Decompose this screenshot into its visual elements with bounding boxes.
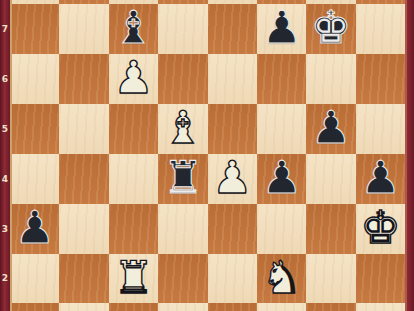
piece-white-king-h3[interactable]: ♚ [360,205,400,250]
piece-black-rook-d4[interactable]: ♜ [163,155,203,200]
square-g1[interactable] [306,303,355,311]
chess-diagram: ♝♟♚♟♝♟♜♟♟♟♟♚♜♞ 765432 [0,0,414,311]
square-g5[interactable]: ♟ [306,104,355,154]
square-d2[interactable] [158,254,207,304]
square-e2[interactable] [208,254,257,304]
square-d6[interactable] [158,54,207,104]
square-a3[interactable]: ♟ [10,204,59,254]
square-a1[interactable] [10,303,59,311]
square-e6[interactable] [208,54,257,104]
square-e5[interactable] [208,104,257,154]
square-c3[interactable] [109,204,158,254]
square-h7[interactable] [356,4,405,54]
piece-white-rook-c2[interactable]: ♜ [113,255,153,300]
square-a7[interactable] [10,4,59,54]
square-g2[interactable] [306,254,355,304]
square-f3[interactable] [257,204,306,254]
square-f4[interactable]: ♟ [257,154,306,204]
square-g7[interactable]: ♚ [306,4,355,54]
piece-white-pawn-c6[interactable]: ♟ [113,55,153,100]
square-b1[interactable] [59,303,108,311]
square-a6[interactable] [10,54,59,104]
piece-black-pawn-f4[interactable]: ♟ [261,155,301,200]
left-coordinate-rail [0,0,12,311]
square-b7[interactable] [59,4,108,54]
rank-label-5: 5 [0,123,10,135]
square-c7[interactable]: ♝ [109,4,158,54]
square-c5[interactable] [109,104,158,154]
square-b4[interactable] [59,154,108,204]
square-b6[interactable] [59,54,108,104]
square-c4[interactable] [109,154,158,204]
square-g6[interactable] [306,54,355,104]
square-d3[interactable] [158,204,207,254]
rank-label-7: 7 [0,23,10,35]
square-e1[interactable] [208,303,257,311]
square-f1[interactable] [257,303,306,311]
rank-label-4: 4 [0,173,10,185]
piece-black-pawn-h4[interactable]: ♟ [360,155,400,200]
square-h1[interactable] [356,303,405,311]
piece-black-pawn-g5[interactable]: ♟ [311,105,351,150]
square-h2[interactable] [356,254,405,304]
square-h3[interactable]: ♚ [356,204,405,254]
piece-white-pawn-e4[interactable]: ♟ [212,155,252,200]
square-c6[interactable]: ♟ [109,54,158,104]
square-e4[interactable]: ♟ [208,154,257,204]
square-e3[interactable] [208,204,257,254]
square-f5[interactable] [257,104,306,154]
square-d5[interactable]: ♝ [158,104,207,154]
square-b2[interactable] [59,254,108,304]
square-f2[interactable]: ♞ [257,254,306,304]
board-viewport: ♝♟♚♟♝♟♜♟♟♟♟♚♜♞ [10,0,405,311]
rank-label-2: 2 [0,272,10,284]
piece-black-bishop-c7[interactable]: ♝ [113,5,153,50]
square-f7[interactable]: ♟ [257,4,306,54]
square-g3[interactable] [306,204,355,254]
square-h6[interactable] [356,54,405,104]
chess-board: ♝♟♚♟♝♟♜♟♟♟♟♚♜♞ [10,0,405,311]
square-c2[interactable]: ♜ [109,254,158,304]
square-b3[interactable] [59,204,108,254]
square-h4[interactable]: ♟ [356,154,405,204]
square-a2[interactable] [10,254,59,304]
piece-white-bishop-d5[interactable]: ♝ [163,105,203,150]
square-c1[interactable] [109,303,158,311]
square-d1[interactable] [158,303,207,311]
piece-black-pawn-f7[interactable]: ♟ [261,5,301,50]
square-b5[interactable] [59,104,108,154]
piece-white-knight-f2[interactable]: ♞ [261,255,301,300]
square-g4[interactable] [306,154,355,204]
rank-label-6: 6 [0,73,10,85]
square-f6[interactable] [257,54,306,104]
square-e7[interactable] [208,4,257,54]
square-d4[interactable]: ♜ [158,154,207,204]
piece-black-king-g7[interactable]: ♚ [311,5,351,50]
piece-black-pawn-a3[interactable]: ♟ [15,205,55,250]
right-rail [405,0,414,311]
square-d7[interactable] [158,4,207,54]
rank-label-3: 3 [0,223,10,235]
square-a4[interactable] [10,154,59,204]
square-a5[interactable] [10,104,59,154]
square-h5[interactable] [356,104,405,154]
